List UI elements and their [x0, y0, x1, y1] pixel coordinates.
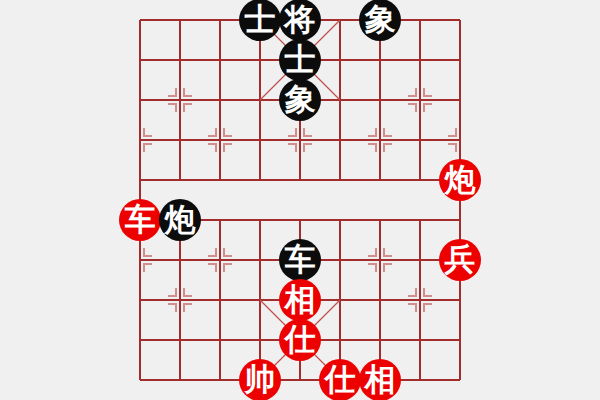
piece-black-advisor[interactable]: 士: [279, 39, 321, 81]
piece-glyph: 象: [285, 84, 316, 115]
piece-black-elephant[interactable]: 象: [279, 79, 321, 121]
piece-glyph: 车: [285, 244, 316, 275]
piece-red-chariot[interactable]: 车: [119, 199, 161, 241]
piece-red-general[interactable]: 帅: [239, 359, 281, 400]
piece-glyph: 象: [365, 4, 396, 35]
piece-glyph: 炮: [165, 204, 196, 235]
piece-black-cannon[interactable]: 炮: [159, 199, 201, 241]
piece-red-advisor[interactable]: 仕: [279, 319, 321, 361]
piece-glyph: 士: [285, 44, 316, 75]
piece-layer: 士将象士象炮车炮车兵相仕帅仕相: [120, 0, 480, 400]
piece-red-cannon[interactable]: 炮: [439, 159, 481, 201]
piece-black-chariot[interactable]: 车: [279, 239, 321, 281]
piece-red-elephant[interactable]: 相: [279, 279, 321, 321]
piece-glyph: 相: [365, 364, 396, 395]
xiangqi-board: 士将象士象炮车炮车兵相仕帅仕相: [0, 0, 600, 400]
piece-glyph: 仕: [285, 324, 316, 355]
piece-glyph: 士: [245, 4, 276, 35]
piece-glyph: 将: [285, 4, 316, 35]
piece-glyph: 车: [125, 204, 156, 235]
piece-red-advisor[interactable]: 仕: [319, 359, 361, 400]
piece-black-advisor[interactable]: 士: [239, 0, 281, 41]
piece-glyph: 相: [285, 284, 316, 315]
piece-glyph: 仕: [325, 364, 356, 395]
piece-glyph: 炮: [445, 164, 476, 195]
piece-black-general[interactable]: 将: [279, 0, 321, 41]
piece-black-elephant[interactable]: 象: [359, 0, 401, 41]
piece-glyph: 兵: [445, 244, 476, 275]
piece-red-pawn[interactable]: 兵: [439, 239, 481, 281]
piece-red-elephant[interactable]: 相: [359, 359, 401, 400]
piece-glyph: 帅: [245, 364, 276, 395]
